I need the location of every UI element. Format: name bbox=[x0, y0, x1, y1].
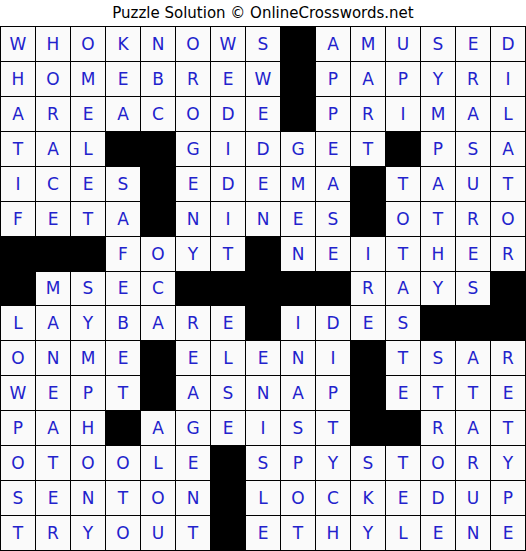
letter-cell: M bbox=[71, 341, 105, 375]
letter-cell: A bbox=[456, 411, 490, 445]
letter-cell: E bbox=[316, 237, 350, 271]
letter-cell: E bbox=[281, 202, 315, 236]
black-cell bbox=[281, 62, 315, 96]
letter-cell: P bbox=[71, 376, 105, 410]
letter-cell: T bbox=[106, 481, 140, 515]
letter-cell: N bbox=[36, 341, 70, 375]
letter-cell: D bbox=[211, 97, 245, 131]
letter-cell: I bbox=[491, 62, 525, 96]
letter-cell: I bbox=[211, 202, 245, 236]
letter-cell: R bbox=[456, 446, 490, 480]
letter-cell: P bbox=[316, 376, 350, 410]
letter-cell: O bbox=[141, 481, 175, 515]
letter-cell: T bbox=[456, 376, 490, 410]
letter-cell: E bbox=[211, 62, 245, 96]
letter-cell: T bbox=[386, 167, 420, 201]
black-cell bbox=[141, 376, 175, 410]
letter-cell: E bbox=[246, 97, 280, 131]
letter-cell: L bbox=[246, 481, 280, 515]
letter-cell: S bbox=[211, 376, 245, 410]
black-cell bbox=[351, 376, 385, 410]
puzzle-solution-page: Puzzle Solution © OnlineCrosswords.net W… bbox=[0, 0, 526, 551]
letter-cell: S bbox=[386, 306, 420, 340]
letter-cell: S bbox=[316, 202, 350, 236]
black-cell bbox=[386, 411, 420, 445]
letter-cell: C bbox=[316, 481, 350, 515]
letter-cell: E bbox=[176, 446, 210, 480]
letter-cell: S bbox=[106, 167, 140, 201]
letter-cell: B bbox=[106, 306, 140, 340]
black-cell bbox=[211, 446, 245, 480]
letter-cell: M bbox=[36, 272, 70, 306]
letter-cell: E bbox=[36, 202, 70, 236]
letter-cell: I bbox=[246, 411, 280, 445]
letter-cell: E bbox=[421, 516, 455, 550]
letter-cell: A bbox=[36, 306, 70, 340]
letter-cell: S bbox=[421, 27, 455, 61]
letter-cell: A bbox=[176, 376, 210, 410]
black-cell bbox=[421, 306, 455, 340]
letter-cell: C bbox=[141, 272, 175, 306]
letter-cell: A bbox=[1, 97, 35, 131]
letter-cell: E bbox=[491, 376, 525, 410]
letter-cell: E bbox=[351, 306, 385, 340]
letter-cell: E bbox=[456, 237, 490, 271]
letter-cell: T bbox=[491, 167, 525, 201]
letter-cell: R bbox=[351, 97, 385, 131]
letter-cell: E bbox=[386, 376, 420, 410]
letter-cell: S bbox=[421, 341, 455, 375]
letter-cell: A bbox=[386, 272, 420, 306]
letter-cell: E bbox=[491, 516, 525, 550]
letter-cell: U bbox=[386, 27, 420, 61]
letter-cell: E bbox=[71, 167, 105, 201]
letter-cell: I bbox=[351, 237, 385, 271]
letter-cell: A bbox=[36, 411, 70, 445]
letter-cell: T bbox=[386, 341, 420, 375]
letter-cell: A bbox=[421, 167, 455, 201]
letter-cell: O bbox=[386, 202, 420, 236]
letter-cell: S bbox=[71, 272, 105, 306]
black-cell bbox=[281, 27, 315, 61]
letter-cell: P bbox=[1, 411, 35, 445]
letter-cell: T bbox=[421, 202, 455, 236]
letter-cell: S bbox=[246, 27, 280, 61]
letter-cell: T bbox=[211, 237, 245, 271]
letter-cell: O bbox=[106, 446, 140, 480]
letter-cell: T bbox=[421, 376, 455, 410]
letter-cell: T bbox=[176, 516, 210, 550]
letter-cell: I bbox=[211, 132, 245, 166]
letter-cell: Y bbox=[491, 446, 525, 480]
letter-cell: Y bbox=[176, 237, 210, 271]
letter-cell: L bbox=[141, 446, 175, 480]
letter-cell: E bbox=[106, 62, 140, 96]
letter-cell: N bbox=[456, 516, 490, 550]
letter-cell: A bbox=[316, 27, 350, 61]
letter-cell: R bbox=[176, 306, 210, 340]
letter-cell: O bbox=[176, 27, 210, 61]
letter-cell: P bbox=[386, 62, 420, 96]
letter-cell: H bbox=[71, 411, 105, 445]
letter-cell: E bbox=[456, 27, 490, 61]
letter-cell: S bbox=[351, 446, 385, 480]
letter-cell: L bbox=[1, 306, 35, 340]
letter-cell: E bbox=[106, 341, 140, 375]
letter-cell: A bbox=[106, 97, 140, 131]
letter-cell: K bbox=[106, 27, 140, 61]
letter-cell: T bbox=[71, 202, 105, 236]
letter-cell: L bbox=[71, 132, 105, 166]
black-cell bbox=[211, 481, 245, 515]
letter-cell: O bbox=[71, 446, 105, 480]
letter-cell: O bbox=[71, 27, 105, 61]
black-cell bbox=[351, 167, 385, 201]
letter-cell: N bbox=[176, 481, 210, 515]
letter-cell: O bbox=[106, 516, 140, 550]
black-cell bbox=[456, 306, 490, 340]
letter-cell: O bbox=[141, 237, 175, 271]
letter-cell: E bbox=[246, 167, 280, 201]
letter-cell: I bbox=[316, 341, 350, 375]
letter-cell: G bbox=[176, 411, 210, 445]
letter-cell: R bbox=[491, 237, 525, 271]
letter-cell: M bbox=[281, 167, 315, 201]
letter-cell: O bbox=[36, 62, 70, 96]
letter-cell: Y bbox=[316, 446, 350, 480]
letter-cell: M bbox=[351, 27, 385, 61]
letter-cell: O bbox=[421, 446, 455, 480]
black-cell bbox=[1, 237, 35, 271]
letter-cell: E bbox=[71, 97, 105, 131]
letter-cell: T bbox=[386, 446, 420, 480]
letter-cell: T bbox=[386, 237, 420, 271]
black-cell bbox=[351, 411, 385, 445]
letter-cell: R bbox=[176, 62, 210, 96]
black-cell bbox=[141, 132, 175, 166]
letter-cell: B bbox=[141, 62, 175, 96]
black-cell bbox=[141, 167, 175, 201]
letter-cell: R bbox=[36, 97, 70, 131]
black-cell bbox=[351, 202, 385, 236]
letter-cell: E bbox=[211, 411, 245, 445]
letter-cell: D bbox=[316, 306, 350, 340]
letter-cell: E bbox=[36, 481, 70, 515]
letter-cell: S bbox=[1, 481, 35, 515]
letter-cell: L bbox=[386, 516, 420, 550]
letter-cell: S bbox=[456, 272, 490, 306]
letter-cell: T bbox=[36, 446, 70, 480]
letter-cell: D bbox=[211, 167, 245, 201]
letter-cell: U bbox=[456, 167, 490, 201]
letter-cell: R bbox=[36, 516, 70, 550]
letter-cell: T bbox=[1, 132, 35, 166]
letter-cell: W bbox=[1, 27, 35, 61]
letter-cell: Y bbox=[71, 306, 105, 340]
letter-cell: M bbox=[421, 97, 455, 131]
black-cell bbox=[141, 341, 175, 375]
letter-cell: G bbox=[281, 132, 315, 166]
letter-cell: O bbox=[281, 481, 315, 515]
black-cell bbox=[281, 272, 315, 306]
black-cell bbox=[316, 272, 350, 306]
letter-cell: S bbox=[456, 132, 490, 166]
letter-cell: D bbox=[246, 132, 280, 166]
letter-cell: N bbox=[246, 202, 280, 236]
letter-cell: P bbox=[491, 481, 525, 515]
letter-cell: T bbox=[1, 516, 35, 550]
black-cell bbox=[106, 132, 140, 166]
letter-cell: E bbox=[246, 516, 280, 550]
black-cell bbox=[491, 306, 525, 340]
letter-cell: E bbox=[246, 341, 280, 375]
letter-cell: H bbox=[36, 27, 70, 61]
black-cell bbox=[36, 237, 70, 271]
black-cell bbox=[1, 272, 35, 306]
black-cell bbox=[141, 202, 175, 236]
letter-cell: I bbox=[281, 306, 315, 340]
letter-cell: F bbox=[1, 202, 35, 236]
letter-cell: W bbox=[246, 62, 280, 96]
letter-cell: A bbox=[316, 167, 350, 201]
black-cell bbox=[246, 272, 280, 306]
black-cell bbox=[386, 132, 420, 166]
letter-cell: W bbox=[211, 27, 245, 61]
letter-cell: H bbox=[316, 516, 350, 550]
letter-cell: T bbox=[281, 516, 315, 550]
letter-cell: D bbox=[491, 27, 525, 61]
letter-cell: T bbox=[491, 411, 525, 445]
black-cell bbox=[491, 272, 525, 306]
letter-cell: I bbox=[386, 97, 420, 131]
letter-cell: A bbox=[351, 62, 385, 96]
letter-cell: N bbox=[141, 27, 175, 61]
letter-cell: N bbox=[281, 341, 315, 375]
letter-cell: A bbox=[141, 306, 175, 340]
black-cell bbox=[211, 272, 245, 306]
letter-cell: O bbox=[491, 202, 525, 236]
black-cell bbox=[246, 306, 280, 340]
letter-cell: Y bbox=[71, 516, 105, 550]
black-cell bbox=[281, 97, 315, 131]
letter-cell: T bbox=[351, 132, 385, 166]
letter-cell: O bbox=[1, 341, 35, 375]
letter-cell: P bbox=[421, 132, 455, 166]
letter-cell: E bbox=[211, 306, 245, 340]
letter-cell: E bbox=[176, 341, 210, 375]
letter-cell: A bbox=[281, 376, 315, 410]
letter-cell: O bbox=[176, 97, 210, 131]
letter-cell: C bbox=[36, 167, 70, 201]
letter-cell: R bbox=[456, 62, 490, 96]
black-cell bbox=[106, 411, 140, 445]
letter-cell: U bbox=[141, 516, 175, 550]
letter-cell: I bbox=[1, 167, 35, 201]
letter-cell: A bbox=[106, 202, 140, 236]
letter-cell: N bbox=[71, 481, 105, 515]
letter-cell: E bbox=[106, 272, 140, 306]
letter-cell: E bbox=[386, 481, 420, 515]
letter-cell: F bbox=[106, 237, 140, 271]
letter-cell: A bbox=[491, 132, 525, 166]
letter-cell: T bbox=[316, 411, 350, 445]
letter-cell: N bbox=[176, 202, 210, 236]
letter-cell: Y bbox=[351, 516, 385, 550]
letter-cell: T bbox=[106, 376, 140, 410]
letter-cell: A bbox=[36, 132, 70, 166]
page-title: Puzzle Solution © OnlineCrosswords.net bbox=[0, 0, 526, 26]
letter-cell: U bbox=[456, 481, 490, 515]
crossword-grid: WHOKNOWSAMUSEDHOMEBREWPAPYRIAREACODEPRIM… bbox=[0, 26, 526, 551]
letter-cell: L bbox=[211, 341, 245, 375]
letter-cell: H bbox=[1, 62, 35, 96]
letter-cell: R bbox=[351, 272, 385, 306]
letter-cell: A bbox=[456, 97, 490, 131]
black-cell bbox=[351, 341, 385, 375]
letter-cell: S bbox=[281, 411, 315, 445]
letter-cell: N bbox=[246, 376, 280, 410]
letter-cell: H bbox=[421, 237, 455, 271]
letter-cell: A bbox=[141, 411, 175, 445]
black-cell bbox=[246, 237, 280, 271]
black-cell bbox=[71, 237, 105, 271]
letter-cell: Y bbox=[421, 272, 455, 306]
letter-cell: R bbox=[421, 411, 455, 445]
letter-cell: R bbox=[491, 341, 525, 375]
letter-cell: E bbox=[176, 167, 210, 201]
letter-cell: R bbox=[456, 202, 490, 236]
letter-cell: P bbox=[281, 446, 315, 480]
letter-cell: E bbox=[36, 376, 70, 410]
letter-cell: G bbox=[176, 132, 210, 166]
letter-cell: S bbox=[246, 446, 280, 480]
letter-cell: E bbox=[316, 132, 350, 166]
letter-cell: W bbox=[1, 376, 35, 410]
letter-cell: D bbox=[421, 481, 455, 515]
letter-cell: P bbox=[316, 97, 350, 131]
letter-cell: C bbox=[141, 97, 175, 131]
letter-cell: N bbox=[281, 237, 315, 271]
letter-cell: O bbox=[1, 446, 35, 480]
letter-cell: P bbox=[316, 62, 350, 96]
black-cell bbox=[176, 272, 210, 306]
black-cell bbox=[211, 516, 245, 550]
letter-cell: K bbox=[351, 481, 385, 515]
letter-cell: L bbox=[491, 97, 525, 131]
letter-cell: Y bbox=[421, 62, 455, 96]
letter-cell: A bbox=[456, 341, 490, 375]
letter-cell: M bbox=[71, 62, 105, 96]
